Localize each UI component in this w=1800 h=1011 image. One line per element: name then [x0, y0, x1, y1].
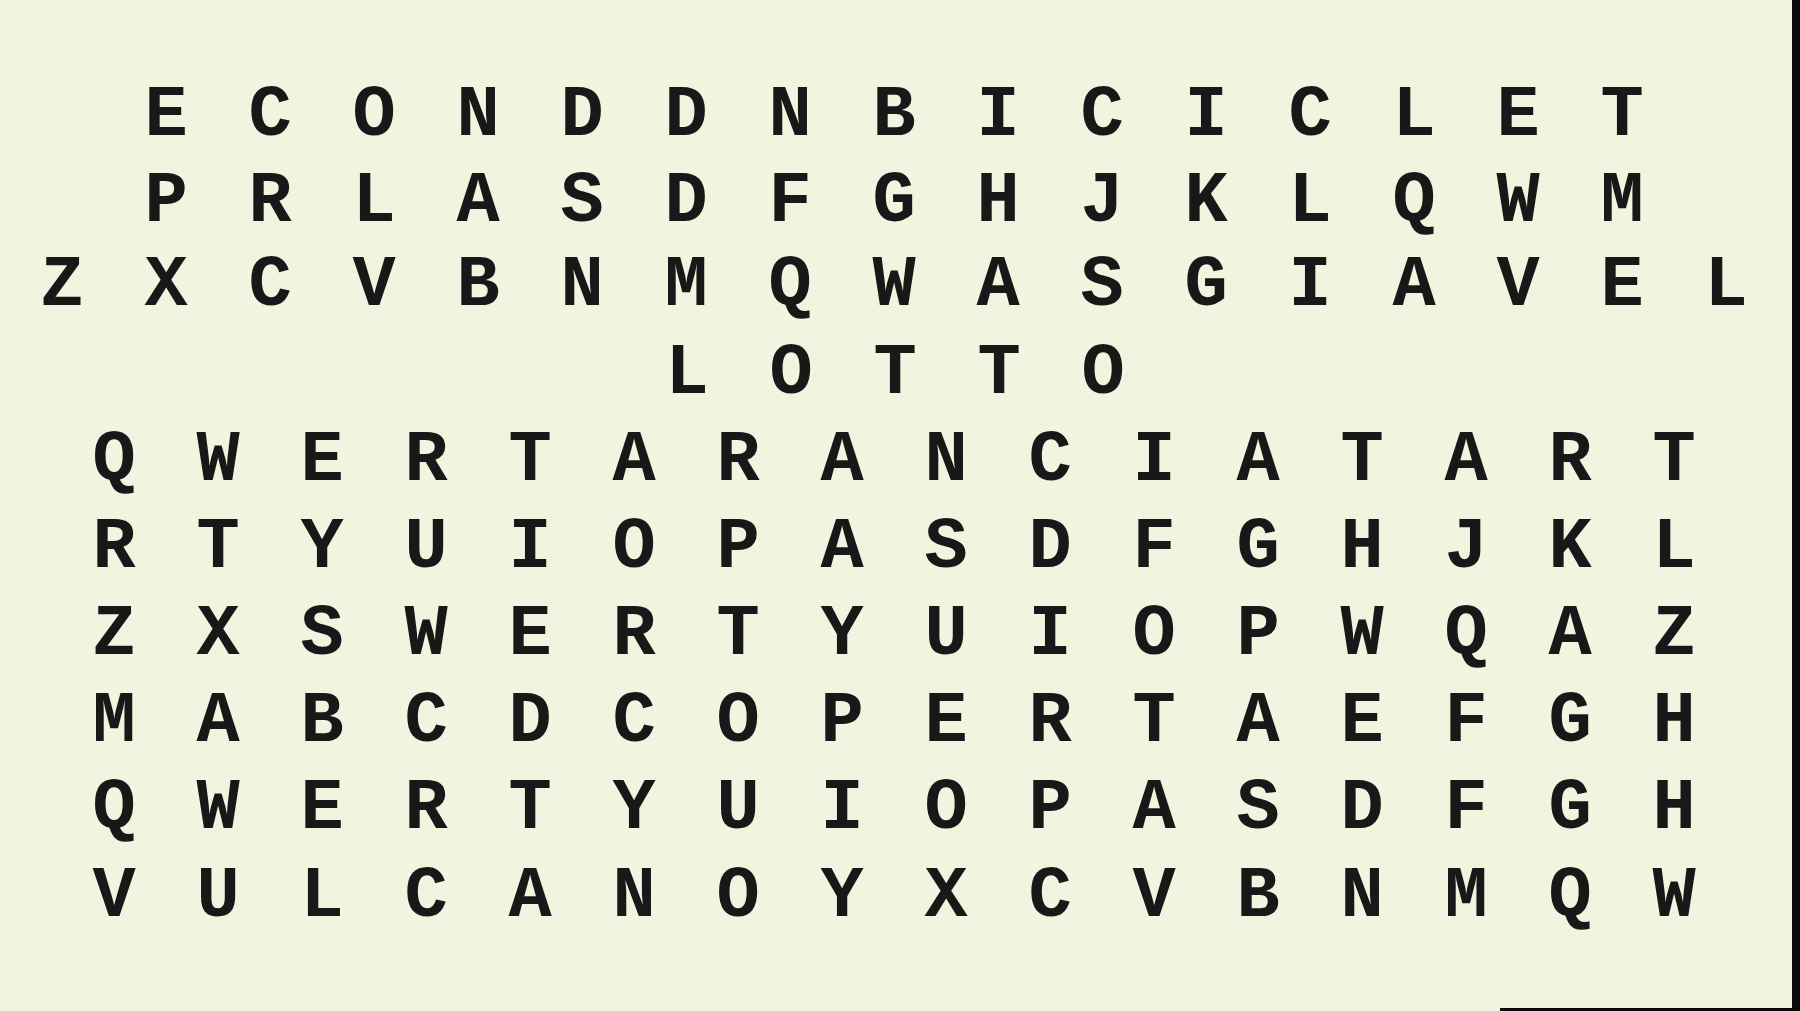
letter-cell[interactable]: R — [374, 417, 478, 505]
letter-cell[interactable]: E — [114, 72, 218, 160]
letter-cell[interactable]: H — [1622, 678, 1726, 766]
letter-cell[interactable]: A — [1206, 678, 1310, 766]
letter-cell[interactable]: L — [322, 158, 426, 246]
letter-cell[interactable]: V — [1466, 242, 1570, 330]
letter-cell[interactable]: G — [842, 158, 946, 246]
letter-cell[interactable]: Z — [1622, 591, 1726, 679]
letter-cell[interactable]: A — [1102, 765, 1206, 853]
letter-cell[interactable]: O — [1051, 330, 1155, 418]
letter-cell[interactable]: A — [946, 242, 1050, 330]
letter-cell[interactable]: O — [894, 765, 998, 853]
letter-cell[interactable]: F — [1414, 765, 1518, 853]
letter-cell[interactable]: T — [1310, 417, 1414, 505]
letter-cell[interactable]: B — [1206, 853, 1310, 941]
letter-cell[interactable]: P — [998, 765, 1102, 853]
letter-cell[interactable]: R — [62, 504, 166, 592]
letter-cell[interactable]: A — [1206, 417, 1310, 505]
letter-cell[interactable]: H — [1622, 765, 1726, 853]
letter-cell[interactable]: Z — [62, 591, 166, 679]
letter-cell[interactable]: W — [166, 765, 270, 853]
letter-cell[interactable]: J — [1050, 158, 1154, 246]
letter-cell[interactable]: O — [582, 504, 686, 592]
letter-cell[interactable]: A — [1362, 242, 1466, 330]
letter-cell[interactable]: C — [998, 853, 1102, 941]
letter-cell[interactable]: S — [1050, 242, 1154, 330]
letter-cell[interactable]: I — [1102, 417, 1206, 505]
screen-edge-right — [1792, 0, 1800, 1011]
letter-cell[interactable]: P — [114, 158, 218, 246]
letter-cell[interactable]: M — [1414, 853, 1518, 941]
letter-cell[interactable]: B — [270, 678, 374, 766]
letter-cell[interactable]: S — [270, 591, 374, 679]
letter-cell[interactable]: K — [1518, 504, 1622, 592]
letter-cell[interactable]: L — [1362, 72, 1466, 160]
letter-cell[interactable]: F — [1102, 504, 1206, 592]
letter-cell[interactable]: N — [530, 242, 634, 330]
letter-cell[interactable]: N — [894, 417, 998, 505]
letter-cell[interactable]: E — [1310, 678, 1414, 766]
letter-cell[interactable]: I — [478, 504, 582, 592]
letter-cell[interactable]: I — [946, 72, 1050, 160]
letter-cell[interactable]: U — [686, 765, 790, 853]
letter-cell[interactable]: X — [894, 853, 998, 941]
letter-cell[interactable]: J — [1414, 504, 1518, 592]
letter-cell[interactable]: H — [946, 158, 1050, 246]
letter-cell[interactable]: C — [998, 417, 1102, 505]
letter-cell[interactable]: N — [738, 72, 842, 160]
letter-cell[interactable]: F — [738, 158, 842, 246]
letter-cell[interactable]: V — [322, 242, 426, 330]
letter-cell[interactable]: E — [270, 765, 374, 853]
letter-cell[interactable]: Y — [270, 504, 374, 592]
letter-cell[interactable]: T — [843, 330, 947, 418]
word-search-board: ECONDDNBICICLETPRLASDFGHJKLQWMZXCVBNMQWA… — [0, 0, 1800, 1011]
letter-cell[interactable]: P — [790, 678, 894, 766]
letter-cell[interactable]: R — [374, 765, 478, 853]
letter-cell[interactable]: T — [686, 591, 790, 679]
letter-cell[interactable]: L — [1674, 242, 1778, 330]
letter-cell[interactable]: T — [947, 330, 1051, 418]
letter-cell[interactable]: O — [739, 330, 843, 418]
letter-cell[interactable]: T — [166, 504, 270, 592]
letter-cell[interactable]: O — [322, 72, 426, 160]
letter-cell[interactable]: C — [374, 678, 478, 766]
letter-cell[interactable]: U — [894, 591, 998, 679]
letter-cell[interactable]: I — [1258, 242, 1362, 330]
letter-cell[interactable]: E — [1466, 72, 1570, 160]
letter-cell[interactable]: N — [1310, 853, 1414, 941]
letter-cell[interactable]: X — [166, 591, 270, 679]
letter-cell[interactable]: D — [530, 72, 634, 160]
letter-cell[interactable]: L — [635, 330, 739, 418]
letter-cell[interactable]: T — [478, 765, 582, 853]
letter-cell[interactable]: C — [218, 72, 322, 160]
letter-cell[interactable]: C — [1258, 72, 1362, 160]
letter-cell[interactable]: G — [1518, 765, 1622, 853]
letter-cell[interactable]: B — [426, 242, 530, 330]
letter-cell[interactable]: L — [270, 853, 374, 941]
letter-cell[interactable]: I — [790, 765, 894, 853]
letter-cell[interactable]: A — [478, 853, 582, 941]
letter-cell[interactable]: Q — [62, 765, 166, 853]
letter-cell[interactable]: O — [686, 853, 790, 941]
letter-cell[interactable]: E — [894, 678, 998, 766]
letter-cell[interactable]: M — [62, 678, 166, 766]
letter-cell[interactable]: C — [582, 678, 686, 766]
letter-cell[interactable]: O — [686, 678, 790, 766]
letter-cell[interactable]: T — [1622, 417, 1726, 505]
letter-cell[interactable]: Y — [790, 591, 894, 679]
letter-cell[interactable]: W — [1310, 591, 1414, 679]
letter-cell[interactable]: F — [1414, 678, 1518, 766]
letter-cell[interactable]: A — [790, 417, 894, 505]
letter-cell[interactable]: G — [1154, 242, 1258, 330]
letter-cell[interactable]: C — [374, 853, 478, 941]
letter-cell[interactable]: K — [1154, 158, 1258, 246]
letter-cell[interactable]: W — [1466, 158, 1570, 246]
letter-cell[interactable]: R — [998, 678, 1102, 766]
letter-cell[interactable]: W — [166, 417, 270, 505]
letter-cell[interactable]: S — [530, 158, 634, 246]
letter-cell[interactable]: R — [686, 417, 790, 505]
letter-cell[interactable]: U — [374, 504, 478, 592]
letter-cell[interactable]: D — [634, 158, 738, 246]
letter-cell[interactable]: A — [1414, 417, 1518, 505]
letter-cell[interactable]: E — [270, 417, 374, 505]
letter-cell[interactable]: Y — [582, 765, 686, 853]
letter-cell[interactable]: W — [374, 591, 478, 679]
letter-cell[interactable]: U — [166, 853, 270, 941]
letter-cell[interactable]: W — [1622, 853, 1726, 941]
letter-cell[interactable]: L — [1258, 158, 1362, 246]
letter-cell[interactable]: X — [114, 242, 218, 330]
letter-cell[interactable]: A — [582, 417, 686, 505]
letter-cell[interactable]: Q — [1362, 158, 1466, 246]
letter-cell[interactable]: D — [1310, 765, 1414, 853]
letter-cell[interactable]: C — [218, 242, 322, 330]
letter-cell[interactable]: R — [582, 591, 686, 679]
letter-cell[interactable]: Q — [1414, 591, 1518, 679]
letter-cell[interactable]: L — [1622, 504, 1726, 592]
letter-cell[interactable]: R — [1518, 417, 1622, 505]
letter-cell[interactable]: V — [62, 853, 166, 941]
letter-cell[interactable]: P — [686, 504, 790, 592]
letter-cell[interactable]: Q — [738, 242, 842, 330]
letter-cell[interactable]: S — [1206, 765, 1310, 853]
letter-cell[interactable]: E — [478, 591, 582, 679]
letter-cell[interactable]: H — [1310, 504, 1414, 592]
letter-cell[interactable]: A — [166, 678, 270, 766]
letter-cell[interactable]: C — [1050, 72, 1154, 160]
letter-cell[interactable]: M — [1570, 158, 1674, 246]
letter-cell[interactable]: G — [1518, 678, 1622, 766]
letter-cell[interactable]: N — [582, 853, 686, 941]
letter-cell[interactable]: M — [634, 242, 738, 330]
letter-cell[interactable]: S — [894, 504, 998, 592]
letter-cell[interactable]: Y — [790, 853, 894, 941]
letter-cell[interactable]: D — [478, 678, 582, 766]
letter-cell[interactable]: I — [998, 591, 1102, 679]
letter-cell[interactable]: D — [998, 504, 1102, 592]
letter-cell[interactable]: A — [1518, 591, 1622, 679]
letter-cell[interactable]: N — [426, 72, 530, 160]
letter-cell[interactable]: Q — [62, 417, 166, 505]
letter-cell[interactable]: I — [1154, 72, 1258, 160]
letter-cell[interactable]: W — [842, 242, 946, 330]
letter-cell[interactable]: T — [1570, 72, 1674, 160]
letter-cell[interactable]: V — [1102, 853, 1206, 941]
letter-cell[interactable]: A — [790, 504, 894, 592]
letter-cell[interactable]: T — [478, 417, 582, 505]
letter-cell[interactable]: B — [842, 72, 946, 160]
letter-cell[interactable]: D — [634, 72, 738, 160]
letter-cell[interactable]: A — [426, 158, 530, 246]
letter-cell[interactable]: Z — [10, 242, 114, 330]
letter-cell[interactable]: G — [1206, 504, 1310, 592]
letter-cell[interactable]: O — [1102, 591, 1206, 679]
letter-cell[interactable]: E — [1570, 242, 1674, 330]
letter-cell[interactable]: T — [1102, 678, 1206, 766]
letter-cell[interactable]: Q — [1518, 853, 1622, 941]
letter-cell[interactable]: R — [218, 158, 322, 246]
letter-cell[interactable]: P — [1206, 591, 1310, 679]
